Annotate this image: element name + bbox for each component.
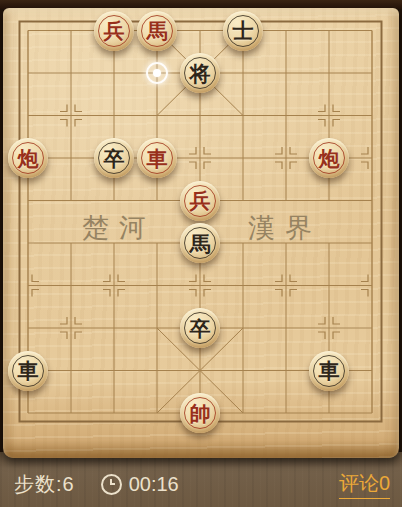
- piece-glyph: 卒: [104, 148, 125, 169]
- piece-glyph: 帥: [190, 403, 211, 424]
- piece-glyph: 兵: [190, 190, 211, 211]
- piece-red-兵[interactable]: 兵: [180, 181, 220, 221]
- piece-red-炮[interactable]: 炮: [8, 138, 48, 178]
- move-counter: 步数:6: [14, 471, 75, 498]
- piece-glyph: 車: [319, 360, 340, 381]
- piece-red-馬[interactable]: 馬: [137, 11, 177, 51]
- marker-dot: [153, 69, 161, 77]
- last-move-marker: [146, 62, 168, 84]
- piece-black-車[interactable]: 車: [309, 351, 349, 391]
- piece-red-車[interactable]: 車: [137, 138, 177, 178]
- piece-black-将[interactable]: 将: [180, 53, 220, 93]
- piece-glyph: 兵: [104, 20, 125, 41]
- pieces-layer: 兵馬士将炮卒車炮兵馬卒車車帥: [0, 0, 402, 507]
- piece-black-車[interactable]: 車: [8, 351, 48, 391]
- piece-glyph: 将: [190, 63, 211, 84]
- piece-glyph: 馬: [190, 233, 211, 254]
- piece-black-卒[interactable]: 卒: [94, 138, 134, 178]
- piece-black-馬[interactable]: 馬: [180, 223, 220, 263]
- piece-glyph: 馬: [147, 20, 168, 41]
- piece-red-炮[interactable]: 炮: [309, 138, 349, 178]
- xiangqi-board[interactable]: 楚河 漢界 兵馬士将炮卒車炮兵馬卒車車帥: [3, 8, 399, 458]
- piece-glyph: 炮: [319, 148, 340, 169]
- piece-black-士[interactable]: 士: [223, 11, 263, 51]
- status-bar: 步数:6 00:16 评论0: [0, 462, 402, 507]
- piece-glyph: 車: [147, 148, 168, 169]
- piece-glyph: 卒: [190, 318, 211, 339]
- piece-red-兵[interactable]: 兵: [94, 11, 134, 51]
- timer-group: 00:16: [101, 473, 179, 496]
- timer-value: 00:16: [129, 473, 179, 496]
- piece-glyph: 炮: [18, 148, 39, 169]
- clock-icon: [101, 474, 122, 495]
- comments-link[interactable]: 评论0: [339, 470, 390, 499]
- piece-glyph: 士: [233, 20, 254, 41]
- piece-glyph: 車: [18, 360, 39, 381]
- piece-black-卒[interactable]: 卒: [180, 308, 220, 348]
- piece-red-帥[interactable]: 帥: [180, 393, 220, 433]
